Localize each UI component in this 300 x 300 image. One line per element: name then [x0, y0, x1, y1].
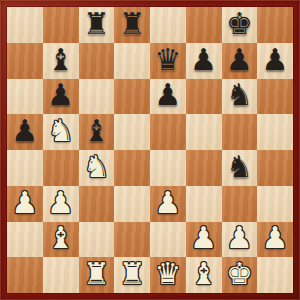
square-f4[interactable]	[186, 150, 222, 186]
square-a8[interactable]	[7, 7, 43, 43]
white-pawn-icon[interactable]: ♟	[190, 223, 217, 253]
square-b3[interactable]: ♟	[43, 186, 79, 222]
white-pawn-icon[interactable]: ♟	[226, 223, 253, 253]
white-knight-icon[interactable]: ♞	[83, 152, 110, 182]
square-f8[interactable]	[186, 7, 222, 43]
square-g7[interactable]: ♟	[222, 43, 258, 79]
square-h4[interactable]	[257, 150, 293, 186]
square-d8[interactable]: ♜	[114, 7, 150, 43]
square-g2[interactable]: ♟	[222, 222, 258, 258]
square-g6[interactable]: ♞	[222, 79, 258, 115]
black-rook-icon[interactable]: ♜	[119, 9, 146, 39]
square-d6[interactable]	[114, 79, 150, 115]
square-d3[interactable]	[114, 186, 150, 222]
black-queen-icon[interactable]: ♛	[154, 45, 181, 75]
square-b2[interactable]: ♝	[43, 222, 79, 258]
square-f7[interactable]: ♟	[186, 43, 222, 79]
black-pawn-icon[interactable]: ♟	[262, 45, 289, 75]
black-knight-icon[interactable]: ♞	[226, 80, 253, 110]
square-a5[interactable]: ♟	[7, 114, 43, 150]
square-g5[interactable]	[222, 114, 258, 150]
black-rook-icon[interactable]: ♜	[83, 9, 110, 39]
square-c3[interactable]	[79, 186, 115, 222]
square-a1[interactable]	[7, 257, 43, 293]
square-f1[interactable]: ♝	[186, 257, 222, 293]
white-bishop-icon[interactable]: ♝	[190, 259, 217, 289]
white-pawn-icon[interactable]: ♟	[154, 188, 181, 218]
square-e6[interactable]: ♟	[150, 79, 186, 115]
white-rook-icon[interactable]: ♜	[83, 259, 110, 289]
square-e2[interactable]	[150, 222, 186, 258]
white-bishop-icon[interactable]: ♝	[47, 223, 74, 253]
square-h1[interactable]	[257, 257, 293, 293]
square-b4[interactable]	[43, 150, 79, 186]
white-rook-icon[interactable]: ♜	[119, 259, 146, 289]
square-h6[interactable]	[257, 79, 293, 115]
square-c7[interactable]	[79, 43, 115, 79]
square-h8[interactable]	[257, 7, 293, 43]
black-pawn-icon[interactable]: ♟	[154, 80, 181, 110]
square-f3[interactable]	[186, 186, 222, 222]
square-f2[interactable]: ♟	[186, 222, 222, 258]
square-c1[interactable]: ♜	[79, 257, 115, 293]
chess-board: ♜♜♚♝♛♟♟♟♟♟♞♟♞♝♞♞♟♟♟♝♟♟♟♜♜♛♝♚	[7, 7, 293, 293]
white-pawn-icon[interactable]: ♟	[47, 188, 74, 218]
black-bishop-icon[interactable]: ♝	[83, 116, 110, 146]
black-bishop-icon[interactable]: ♝	[47, 45, 74, 75]
square-e1[interactable]: ♛	[150, 257, 186, 293]
square-a4[interactable]	[7, 150, 43, 186]
square-d4[interactable]	[114, 150, 150, 186]
square-b6[interactable]: ♟	[43, 79, 79, 115]
white-pawn-icon[interactable]: ♟	[262, 223, 289, 253]
square-e8[interactable]	[150, 7, 186, 43]
square-c6[interactable]	[79, 79, 115, 115]
square-d1[interactable]: ♜	[114, 257, 150, 293]
square-f5[interactable]	[186, 114, 222, 150]
square-d2[interactable]	[114, 222, 150, 258]
square-a6[interactable]	[7, 79, 43, 115]
square-a3[interactable]: ♟	[7, 186, 43, 222]
black-pawn-icon[interactable]: ♟	[47, 80, 74, 110]
black-pawn-icon[interactable]: ♟	[190, 45, 217, 75]
chessboard-frame: ♜♜♚♝♛♟♟♟♟♟♞♟♞♝♞♞♟♟♟♝♟♟♟♜♜♛♝♚	[0, 0, 300, 300]
white-queen-icon[interactable]: ♛	[154, 259, 181, 289]
square-e5[interactable]	[150, 114, 186, 150]
square-h7[interactable]: ♟	[257, 43, 293, 79]
black-knight-icon[interactable]: ♞	[226, 152, 253, 182]
square-g3[interactable]	[222, 186, 258, 222]
black-pawn-icon[interactable]: ♟	[11, 116, 38, 146]
square-b5[interactable]: ♞	[43, 114, 79, 150]
square-g1[interactable]: ♚	[222, 257, 258, 293]
square-g8[interactable]: ♚	[222, 7, 258, 43]
square-d7[interactable]	[114, 43, 150, 79]
square-h3[interactable]	[257, 186, 293, 222]
white-king-icon[interactable]: ♚	[226, 259, 253, 289]
square-h5[interactable]	[257, 114, 293, 150]
black-pawn-icon[interactable]: ♟	[226, 45, 253, 75]
square-c4[interactable]: ♞	[79, 150, 115, 186]
square-c5[interactable]: ♝	[79, 114, 115, 150]
square-e4[interactable]	[150, 150, 186, 186]
square-c2[interactable]	[79, 222, 115, 258]
square-f6[interactable]	[186, 79, 222, 115]
square-b7[interactable]: ♝	[43, 43, 79, 79]
square-d5[interactable]	[114, 114, 150, 150]
square-g4[interactable]: ♞	[222, 150, 258, 186]
square-a2[interactable]	[7, 222, 43, 258]
square-b8[interactable]	[43, 7, 79, 43]
square-c8[interactable]: ♜	[79, 7, 115, 43]
black-king-icon[interactable]: ♚	[226, 9, 253, 39]
square-e3[interactable]: ♟	[150, 186, 186, 222]
square-h2[interactable]: ♟	[257, 222, 293, 258]
white-pawn-icon[interactable]: ♟	[11, 188, 38, 218]
square-e7[interactable]: ♛	[150, 43, 186, 79]
white-knight-icon[interactable]: ♞	[47, 116, 74, 146]
square-a7[interactable]	[7, 43, 43, 79]
square-b1[interactable]	[43, 257, 79, 293]
